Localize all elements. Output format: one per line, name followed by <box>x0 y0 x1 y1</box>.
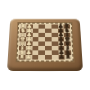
board-grid: ♜♟♟♜♞♟♟♞♝♟♟♝♚♟♟♚♛♟♟♛♝♟♟♝♞♟♟♞♜♟♟♜ <box>19 24 72 59</box>
chess-board: ♜♟♟♜♞♟♟♞♝♟♟♝♚♟♟♚♛♟♟♛♝♟♟♝♞♟♟♞♜♟♟♜ <box>7 19 83 71</box>
square-a8[interactable]: ♜ <box>65 55 72 60</box>
piece-black-pawn: ♟ <box>58 54 64 60</box>
square-a4[interactable] <box>38 55 45 60</box>
photo-background: ♜♟♟♜♞♟♟♞♝♟♟♝♚♟♟♚♛♟♟♛♝♟♟♝♞♟♟♞♜♟♟♜ <box>0 0 90 90</box>
decorative-border: ♜♟♟♜♞♟♟♞♝♟♟♝♚♟♟♚♛♟♟♛♝♟♟♝♞♟♟♞♜♟♟♜ <box>15 22 74 62</box>
piece-black-rook: ♜ <box>65 54 71 60</box>
board-frame: ♜♟♟♜♞♟♟♞♝♟♟♝♚♟♟♚♛♟♟♛♝♟♟♝♞♟♟♞♜♟♟♜ <box>7 19 83 71</box>
piece-white-pawn: ♟ <box>25 54 31 60</box>
